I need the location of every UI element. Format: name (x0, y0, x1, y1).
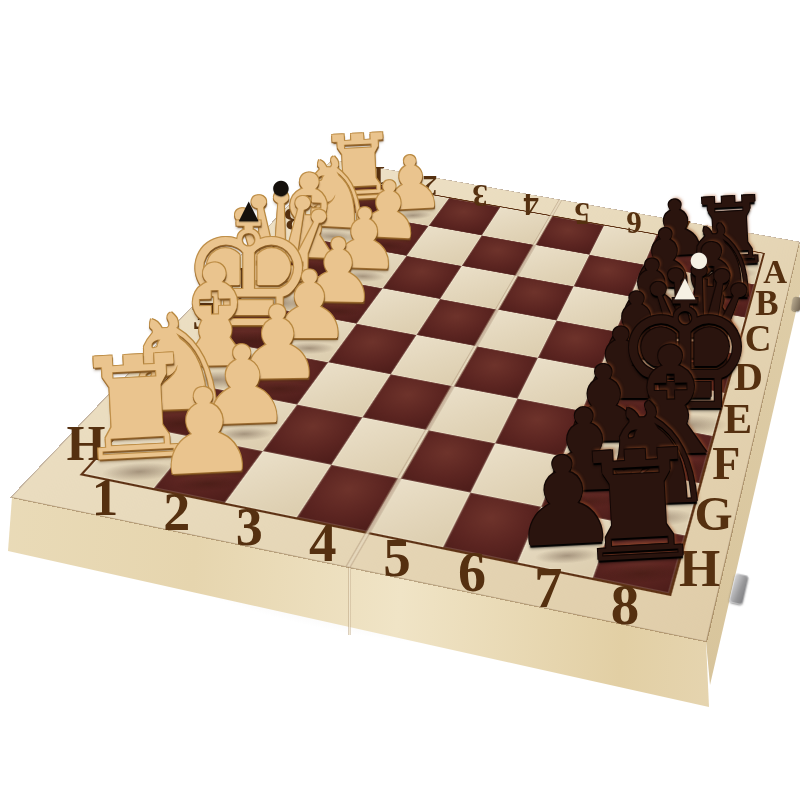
king-finial-black-tip: ▲ (239, 197, 259, 223)
scene: 1122334455667788AABBCCDDEEFFGGHH♜♞♝♛●♚▲♝… (0, 0, 800, 800)
black-rook-glyph: ♜ (567, 428, 709, 585)
king-finial-white-tip: ▲ (675, 273, 696, 300)
rank-label-5-top: 5 (575, 195, 591, 231)
rank-label-6-bottom: 6 (458, 540, 486, 604)
piece-white-pawn-h2[interactable]: ♟ (150, 370, 261, 492)
rank-label-4-top: 4 (523, 186, 539, 222)
pieces-and-labels-layer: 1122334455667788AABBCCDDEEFFGGHH♜♞♝♛●♚▲♝… (0, 0, 800, 800)
rank-label-5-bottom: 5 (383, 526, 411, 589)
piece-black-rook-h8[interactable]: ♜ (567, 428, 709, 585)
white-pawn-glyph: ♟ (150, 370, 261, 492)
rank-label-3-top: 3 (472, 177, 488, 213)
rank-label-4-bottom: 4 (309, 510, 337, 573)
rank-label-3-bottom: 3 (236, 496, 263, 558)
